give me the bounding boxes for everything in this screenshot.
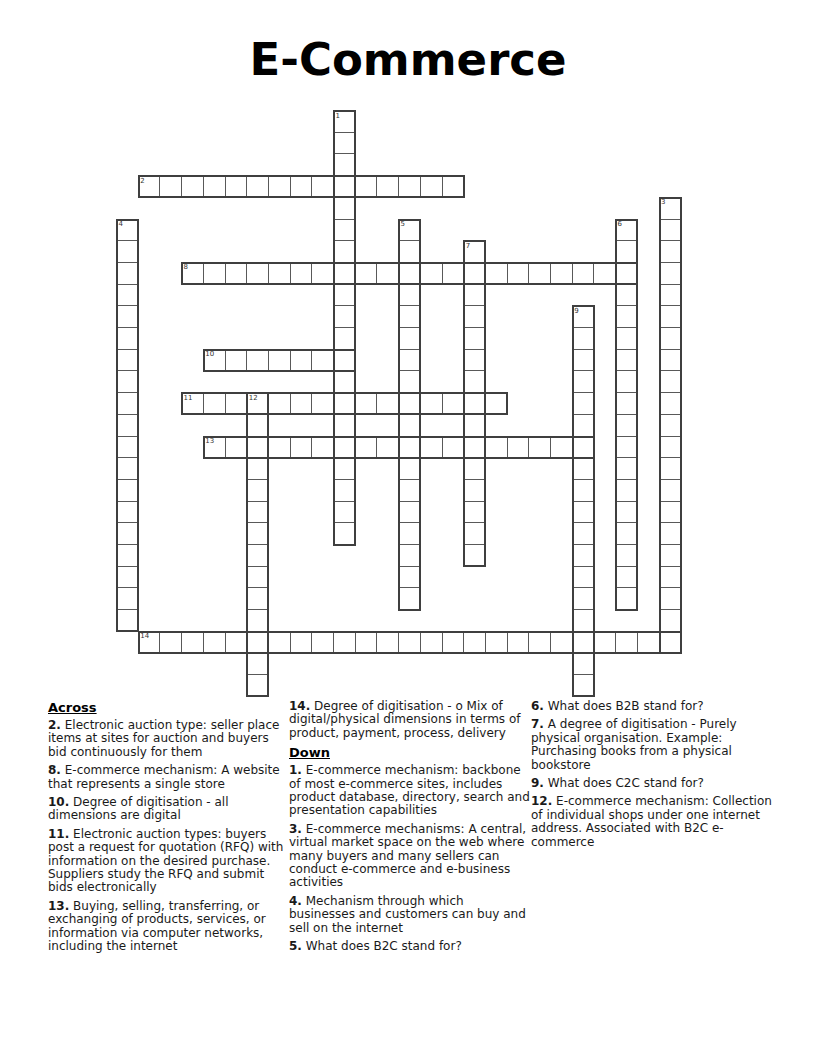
cell-r24-c19[interactable] bbox=[528, 631, 551, 654]
cell-r3-c10[interactable] bbox=[333, 175, 356, 198]
cell-r11-c0[interactable] bbox=[116, 349, 139, 372]
cell-r24-c1[interactable] bbox=[138, 631, 161, 654]
cell-r8-c13[interactable] bbox=[398, 284, 421, 307]
cell-r19-c23[interactable] bbox=[615, 522, 638, 545]
clue-across-8: 8. E-commerce mechanism: A website that … bbox=[48, 764, 290, 791]
cell-r7-c13[interactable] bbox=[398, 262, 421, 285]
cell-r7-c3[interactable] bbox=[181, 262, 204, 285]
clue-down-7: 7. A degree of digitisation - Purely phy… bbox=[531, 718, 773, 772]
clue-column-2: 14. Degree of digitisation - o Mix of di… bbox=[289, 700, 531, 959]
cell-r18-c23[interactable] bbox=[615, 501, 638, 524]
crossword-grid: 1234567891011121314 bbox=[0, 0, 816, 700]
cell-r11-c4[interactable] bbox=[203, 349, 226, 372]
cell-r18-c16[interactable] bbox=[463, 501, 486, 524]
cell-r19-c0[interactable] bbox=[116, 522, 139, 545]
cell-r8-c23[interactable] bbox=[615, 284, 638, 307]
cell-r9-c0[interactable] bbox=[116, 305, 139, 328]
cell-r6-c25[interactable] bbox=[659, 240, 682, 263]
cell-r16-c23[interactable] bbox=[615, 457, 638, 480]
cell-r4-c25[interactable] bbox=[659, 197, 682, 220]
cell-r24-c13[interactable] bbox=[398, 631, 421, 654]
cell-r10-c13[interactable] bbox=[398, 327, 421, 350]
cell-r11-c7[interactable] bbox=[268, 349, 291, 372]
crossword-page: E-Commerce 1234567891011121314 Across2. … bbox=[0, 0, 816, 1056]
cell-r7-c11[interactable] bbox=[355, 262, 378, 285]
cell-r7-c17[interactable] bbox=[485, 262, 508, 285]
cell-r19-c10[interactable] bbox=[333, 522, 356, 545]
cell-r16-c0[interactable] bbox=[116, 457, 139, 480]
cell-r8-c10[interactable] bbox=[333, 284, 356, 307]
clue-num-label: 10. bbox=[48, 795, 69, 809]
cell-r11-c6[interactable] bbox=[246, 349, 269, 372]
clue-num-label: 1. bbox=[289, 763, 302, 777]
cell-r14-c16[interactable] bbox=[463, 414, 486, 437]
cell-r3-c8[interactable] bbox=[290, 175, 313, 198]
cell-r7-c0[interactable] bbox=[116, 262, 139, 285]
cell-r13-c16[interactable] bbox=[463, 392, 486, 415]
cell-r18-c6[interactable] bbox=[246, 501, 269, 524]
cell-r20-c21[interactable] bbox=[572, 544, 595, 567]
cell-r14-c10[interactable] bbox=[333, 414, 356, 437]
cell-r10-c16[interactable] bbox=[463, 327, 486, 350]
cell-r22-c13[interactable] bbox=[398, 587, 421, 610]
cell-r13-c11[interactable] bbox=[355, 392, 378, 415]
cell-r7-c23[interactable] bbox=[615, 262, 638, 285]
cell-r12-c16[interactable] bbox=[463, 370, 486, 393]
cell-r11-c21[interactable] bbox=[572, 349, 595, 372]
cell-r3-c9[interactable] bbox=[311, 175, 334, 198]
cell-r19-c13[interactable] bbox=[398, 522, 421, 545]
clue-num-label: 11. bbox=[48, 827, 69, 841]
cell-r13-c7[interactable] bbox=[268, 392, 291, 415]
cell-r6-c13[interactable] bbox=[398, 240, 421, 263]
cell-r9-c16[interactable] bbox=[463, 305, 486, 328]
cell-r12-c23[interactable] bbox=[615, 370, 638, 393]
clue-num-label: 7. bbox=[531, 717, 544, 731]
cell-r24-c2[interactable] bbox=[159, 631, 182, 654]
cell-r21-c0[interactable] bbox=[116, 566, 139, 589]
clue-across-13: 13. Buying, selling, transferring, or ex… bbox=[48, 900, 290, 954]
cell-r14-c13[interactable] bbox=[398, 414, 421, 437]
cell-r19-c6[interactable] bbox=[246, 522, 269, 545]
cell-r19-c16[interactable] bbox=[463, 522, 486, 545]
cell-r20-c23[interactable] bbox=[615, 544, 638, 567]
cell-r14-c23[interactable] bbox=[615, 414, 638, 437]
cell-r24-c11[interactable] bbox=[355, 631, 378, 654]
cell-r14-c0[interactable] bbox=[116, 414, 139, 437]
cell-r15-c23[interactable] bbox=[615, 436, 638, 459]
cell-r24-c25[interactable] bbox=[659, 631, 682, 654]
cell-r21-c23[interactable] bbox=[615, 566, 638, 589]
cell-r13-c0[interactable] bbox=[116, 392, 139, 415]
clue-num-label: 9. bbox=[531, 776, 544, 790]
cell-r3-c13[interactable] bbox=[398, 175, 421, 198]
cell-r22-c0[interactable] bbox=[116, 587, 139, 610]
cell-r24-c15[interactable] bbox=[442, 631, 465, 654]
cell-r12-c10[interactable] bbox=[333, 370, 356, 393]
cell-r15-c20[interactable] bbox=[550, 436, 573, 459]
cell-r16-c21[interactable] bbox=[572, 457, 595, 480]
cell-r15-c14[interactable] bbox=[420, 436, 443, 459]
cell-r0-c10[interactable] bbox=[333, 110, 356, 133]
cell-r7-c7[interactable] bbox=[268, 262, 291, 285]
cell-r15-c7[interactable] bbox=[268, 436, 291, 459]
cell-r21-c21[interactable] bbox=[572, 566, 595, 589]
clue-across-14: 14. Degree of digitisation - o Mix of di… bbox=[289, 700, 531, 740]
cell-r11-c5[interactable] bbox=[225, 349, 248, 372]
cell-r13-c15[interactable] bbox=[442, 392, 465, 415]
cell-r24-c7[interactable] bbox=[268, 631, 291, 654]
cell-r8-c25[interactable] bbox=[659, 284, 682, 307]
cell-r11-c10[interactable] bbox=[333, 349, 356, 372]
cell-r7-c6[interactable] bbox=[246, 262, 269, 285]
clue-num-label: 3. bbox=[289, 822, 302, 836]
cell-r14-c6[interactable] bbox=[246, 414, 269, 437]
cell-r7-c16[interactable] bbox=[463, 262, 486, 285]
cell-r12-c21[interactable] bbox=[572, 370, 595, 393]
cell-r11-c25[interactable] bbox=[659, 349, 682, 372]
cell-r12-c25[interactable] bbox=[659, 370, 682, 393]
clue-column-3: 6. What does B2B stand for?7. A degree o… bbox=[531, 700, 773, 854]
cell-r7-c20[interactable] bbox=[550, 262, 573, 285]
cell-r22-c21[interactable] bbox=[572, 587, 595, 610]
cell-r23-c25[interactable] bbox=[659, 609, 682, 632]
cell-r23-c6[interactable] bbox=[246, 609, 269, 632]
clue-column-1: Across2. Electronic auction type: seller… bbox=[48, 700, 290, 959]
cell-r3-c7[interactable] bbox=[268, 175, 291, 198]
cell-r11-c23[interactable] bbox=[615, 349, 638, 372]
cell-r22-c23[interactable] bbox=[615, 587, 638, 610]
cell-r3-c4[interactable] bbox=[203, 175, 226, 198]
cell-r16-c16[interactable] bbox=[463, 457, 486, 480]
cell-r16-c25[interactable] bbox=[659, 457, 682, 480]
cell-r14-c25[interactable] bbox=[659, 414, 682, 437]
cell-r20-c13[interactable] bbox=[398, 544, 421, 567]
cell-r3-c15[interactable] bbox=[442, 175, 465, 198]
cell-r15-c11[interactable] bbox=[355, 436, 378, 459]
cell-r21-c25[interactable] bbox=[659, 566, 682, 589]
cell-r24-c6[interactable] bbox=[246, 631, 269, 654]
cell-r24-c18[interactable] bbox=[507, 631, 530, 654]
cell-r26-c6[interactable] bbox=[246, 674, 269, 697]
clue-num-label: 5. bbox=[289, 939, 302, 953]
cell-r13-c12[interactable] bbox=[376, 392, 399, 415]
cell-r3-c2[interactable] bbox=[159, 175, 182, 198]
cell-r3-c1[interactable] bbox=[138, 175, 161, 198]
cell-r12-c0[interactable] bbox=[116, 370, 139, 393]
cell-r15-c25[interactable] bbox=[659, 436, 682, 459]
cell-r5-c25[interactable] bbox=[659, 219, 682, 242]
cell-r5-c10[interactable] bbox=[333, 219, 356, 242]
cell-r18-c21[interactable] bbox=[572, 501, 595, 524]
cell-r3-c14[interactable] bbox=[420, 175, 443, 198]
cell-r10-c0[interactable] bbox=[116, 327, 139, 350]
cell-r9-c10[interactable] bbox=[333, 305, 356, 328]
cell-r17-c13[interactable] bbox=[398, 479, 421, 502]
cell-r7-c25[interactable] bbox=[659, 262, 682, 285]
cell-r24-c12[interactable] bbox=[376, 631, 399, 654]
cell-r23-c0[interactable] bbox=[116, 609, 139, 632]
cell-r3-c5[interactable] bbox=[225, 175, 248, 198]
cell-r26-c21[interactable] bbox=[572, 674, 595, 697]
cell-r13-c4[interactable] bbox=[203, 392, 226, 415]
cell-r3-c3[interactable] bbox=[181, 175, 204, 198]
cell-r6-c0[interactable] bbox=[116, 240, 139, 263]
cell-r15-c21[interactable] bbox=[572, 436, 595, 459]
cell-r7-c22[interactable] bbox=[593, 262, 616, 285]
cell-r18-c10[interactable] bbox=[333, 501, 356, 524]
cell-r15-c12[interactable] bbox=[376, 436, 399, 459]
cell-r20-c0[interactable] bbox=[116, 544, 139, 567]
cell-r13-c10[interactable] bbox=[333, 392, 356, 415]
cell-r17-c23[interactable] bbox=[615, 479, 638, 502]
cell-r18-c13[interactable] bbox=[398, 501, 421, 524]
cell-r17-c10[interactable] bbox=[333, 479, 356, 502]
cell-r13-c21[interactable] bbox=[572, 392, 595, 415]
clue-num-label: 4. bbox=[289, 894, 302, 908]
cell-r24-c8[interactable] bbox=[290, 631, 313, 654]
cell-r6-c16[interactable] bbox=[463, 240, 486, 263]
cell-r5-c13[interactable] bbox=[398, 219, 421, 242]
cell-r15-c0[interactable] bbox=[116, 436, 139, 459]
cell-r11-c8[interactable] bbox=[290, 349, 313, 372]
cell-r24-c17[interactable] bbox=[485, 631, 508, 654]
cell-r10-c10[interactable] bbox=[333, 327, 356, 350]
cell-r24-c9[interactable] bbox=[311, 631, 334, 654]
cell-r4-c10[interactable] bbox=[333, 197, 356, 220]
cell-r6-c23[interactable] bbox=[615, 240, 638, 263]
clue-down-3: 3. E-commerce mechanisms: A central, vir… bbox=[289, 823, 531, 890]
cell-r12-c13[interactable] bbox=[398, 370, 421, 393]
clue-down-6: 6. What does B2B stand for? bbox=[531, 700, 773, 713]
clue-num-label: 2. bbox=[48, 718, 61, 732]
across-heading: Across bbox=[48, 700, 290, 715]
cell-r8-c16[interactable] bbox=[463, 284, 486, 307]
cell-r15-c9[interactable] bbox=[311, 436, 334, 459]
cell-r11-c13[interactable] bbox=[398, 349, 421, 372]
cell-r22-c6[interactable] bbox=[246, 587, 269, 610]
cell-r14-c21[interactable] bbox=[572, 414, 595, 437]
cell-r7-c14[interactable] bbox=[420, 262, 443, 285]
cell-r9-c25[interactable] bbox=[659, 305, 682, 328]
cell-r8-c0[interactable] bbox=[116, 284, 139, 307]
cell-r7-c21[interactable] bbox=[572, 262, 595, 285]
clue-down-4: 4. Mechanism through which businesses an… bbox=[289, 895, 531, 935]
cell-r10-c25[interactable] bbox=[659, 327, 682, 350]
cell-r7-c10[interactable] bbox=[333, 262, 356, 285]
cell-r24-c16[interactable] bbox=[463, 631, 486, 654]
cell-r13-c14[interactable] bbox=[420, 392, 443, 415]
clue-across-2: 2. Electronic auction type: seller place… bbox=[48, 719, 290, 759]
cell-r11-c9[interactable] bbox=[311, 349, 334, 372]
cell-r7-c5[interactable] bbox=[225, 262, 248, 285]
cell-r7-c9[interactable] bbox=[311, 262, 334, 285]
cell-r13-c3[interactable] bbox=[181, 392, 204, 415]
cell-r7-c18[interactable] bbox=[507, 262, 530, 285]
cell-r24-c23[interactable] bbox=[615, 631, 638, 654]
cell-r9-c23[interactable] bbox=[615, 305, 638, 328]
cell-r16-c6[interactable] bbox=[246, 457, 269, 480]
cell-r15-c15[interactable] bbox=[442, 436, 465, 459]
cell-r9-c13[interactable] bbox=[398, 305, 421, 328]
cell-r7-c4[interactable] bbox=[203, 262, 226, 285]
clue-across-10: 10. Degree of digitisation - all dimensi… bbox=[48, 796, 290, 823]
cell-r15-c13[interactable] bbox=[398, 436, 421, 459]
cell-r7-c12[interactable] bbox=[376, 262, 399, 285]
cell-r17-c25[interactable] bbox=[659, 479, 682, 502]
cell-r15-c19[interactable] bbox=[528, 436, 551, 459]
cell-r23-c21[interactable] bbox=[572, 609, 595, 632]
clue-across-11: 11. Electronic auction types: buyers pos… bbox=[48, 828, 290, 895]
cell-r25-c6[interactable] bbox=[246, 653, 269, 676]
clue-down-12: 12. E-commerce mechanism: Collection of … bbox=[531, 795, 773, 849]
clue-down-5: 5. What does B2C stand for? bbox=[289, 940, 531, 953]
cell-r3-c11[interactable] bbox=[355, 175, 378, 198]
clue-num-label: 8. bbox=[48, 763, 61, 777]
cell-r5-c0[interactable] bbox=[116, 219, 139, 242]
cell-r10-c23[interactable] bbox=[615, 327, 638, 350]
cell-r15-c18[interactable] bbox=[507, 436, 530, 459]
clue-num-label: 6. bbox=[531, 699, 544, 713]
cell-r10-c21[interactable] bbox=[572, 327, 595, 350]
cell-r15-c8[interactable] bbox=[290, 436, 313, 459]
cell-r24-c5[interactable] bbox=[225, 631, 248, 654]
cell-r25-c21[interactable] bbox=[572, 653, 595, 676]
cell-r17-c21[interactable] bbox=[572, 479, 595, 502]
cell-r15-c16[interactable] bbox=[463, 436, 486, 459]
clue-num-label: 13. bbox=[48, 899, 69, 913]
cell-r24-c3[interactable] bbox=[181, 631, 204, 654]
cell-r9-c21[interactable] bbox=[572, 305, 595, 328]
clue-num-label: 14. bbox=[289, 699, 310, 713]
cell-r17-c0[interactable] bbox=[116, 479, 139, 502]
cell-r3-c6[interactable] bbox=[246, 175, 269, 198]
cell-r13-c17[interactable] bbox=[485, 392, 508, 415]
cell-r7-c15[interactable] bbox=[442, 262, 465, 285]
cell-r24-c14[interactable] bbox=[420, 631, 443, 654]
down-heading: Down bbox=[289, 745, 531, 760]
cell-r5-c23[interactable] bbox=[615, 219, 638, 242]
cell-r7-c8[interactable] bbox=[290, 262, 313, 285]
cell-r13-c23[interactable] bbox=[615, 392, 638, 415]
cell-r13-c6[interactable] bbox=[246, 392, 269, 415]
cell-r20-c6[interactable] bbox=[246, 544, 269, 567]
clue-down-1: 1. E-commerce mechanism: backbone of mos… bbox=[289, 764, 531, 818]
cell-r17-c16[interactable] bbox=[463, 479, 486, 502]
cell-r24-c21[interactable] bbox=[572, 631, 595, 654]
clue-down-9: 9. What does C2C stand for? bbox=[531, 777, 773, 790]
cell-r24-c24[interactable] bbox=[637, 631, 660, 654]
cell-r18-c0[interactable] bbox=[116, 501, 139, 524]
cell-r19-c25[interactable] bbox=[659, 522, 682, 545]
cell-r19-c21[interactable] bbox=[572, 522, 595, 545]
cell-r15-c4[interactable] bbox=[203, 436, 226, 459]
cell-r22-c25[interactable] bbox=[659, 587, 682, 610]
cell-r15-c17[interactable] bbox=[485, 436, 508, 459]
cell-r17-c6[interactable] bbox=[246, 479, 269, 502]
cell-r11-c16[interactable] bbox=[463, 349, 486, 372]
cell-r7-c19[interactable] bbox=[528, 262, 551, 285]
cell-r20-c25[interactable] bbox=[659, 544, 682, 567]
cell-r2-c10[interactable] bbox=[333, 153, 356, 176]
cell-r1-c10[interactable] bbox=[333, 132, 356, 155]
cell-r20-c16[interactable] bbox=[463, 544, 486, 567]
cell-r13-c9[interactable] bbox=[311, 392, 334, 415]
cell-r24-c20[interactable] bbox=[550, 631, 573, 654]
clue-num-label: 12. bbox=[531, 794, 552, 808]
cell-r18-c25[interactable] bbox=[659, 501, 682, 524]
cell-r24-c10[interactable] bbox=[333, 631, 356, 654]
cell-r16-c13[interactable] bbox=[398, 457, 421, 480]
cell-r13-c25[interactable] bbox=[659, 392, 682, 415]
cell-r21-c13[interactable] bbox=[398, 566, 421, 589]
cell-r3-c12[interactable] bbox=[376, 175, 399, 198]
cell-r6-c10[interactable] bbox=[333, 240, 356, 263]
cell-r21-c6[interactable] bbox=[246, 566, 269, 589]
cell-r24-c22[interactable] bbox=[593, 631, 616, 654]
cell-r13-c8[interactable] bbox=[290, 392, 313, 415]
cell-r15-c10[interactable] bbox=[333, 436, 356, 459]
cell-r15-c6[interactable] bbox=[246, 436, 269, 459]
cell-r24-c4[interactable] bbox=[203, 631, 226, 654]
cell-r13-c13[interactable] bbox=[398, 392, 421, 415]
cell-r16-c10[interactable] bbox=[333, 457, 356, 480]
cell-r15-c5[interactable] bbox=[225, 436, 248, 459]
cell-r13-c5[interactable] bbox=[225, 392, 248, 415]
